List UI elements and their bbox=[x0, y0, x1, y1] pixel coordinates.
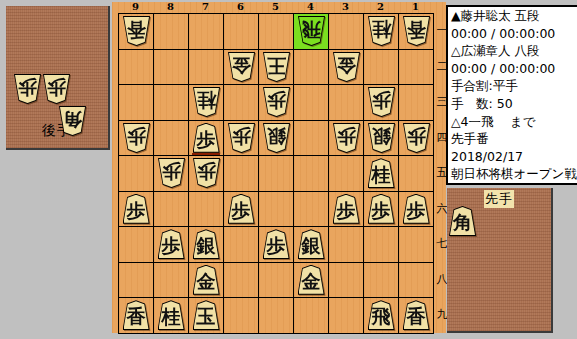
square-95[interactable] bbox=[119, 156, 153, 191]
shogi-piece-銀-sente[interactable]: 銀 bbox=[193, 229, 220, 259]
piece-body: 歩 bbox=[263, 87, 290, 117]
square-35[interactable] bbox=[329, 156, 363, 191]
square-49[interactable] bbox=[294, 298, 328, 333]
piece-kanji: 桂 bbox=[372, 17, 391, 43]
piece-kanji: 歩 bbox=[127, 124, 146, 150]
shogi-piece-銀-gote[interactable]: 銀 bbox=[368, 123, 395, 153]
piece-body: 金 bbox=[298, 265, 325, 295]
square-85[interactable]: 歩 bbox=[154, 156, 188, 191]
square-98[interactable] bbox=[119, 263, 153, 298]
square-62[interactable]: 金 bbox=[224, 50, 258, 85]
square-55[interactable] bbox=[259, 156, 293, 191]
red-underline-mark bbox=[192, 153, 220, 155]
square-57[interactable]: 歩 bbox=[259, 227, 293, 262]
piece-body: 歩 bbox=[228, 123, 255, 153]
file-label-7: 7 bbox=[188, 1, 223, 13]
square-34[interactable]: 歩 bbox=[329, 121, 363, 156]
piece-kanji: 歩 bbox=[162, 159, 181, 185]
piece-body: 桂 bbox=[193, 87, 220, 117]
square-39[interactable] bbox=[329, 298, 363, 333]
shogi-piece-角-gote[interactable]: 角 bbox=[59, 106, 86, 136]
piece-body: 金 bbox=[193, 265, 220, 295]
square-76[interactable] bbox=[189, 192, 223, 227]
piece-body: 歩 bbox=[403, 194, 430, 224]
piece-kanji: 歩 bbox=[197, 126, 216, 152]
piece-kanji: 歩 bbox=[197, 159, 216, 185]
info-line-5: 手合割:平手 bbox=[448, 77, 577, 95]
square-36[interactable]: 歩 bbox=[329, 192, 363, 227]
shogi-piece-王-gote[interactable]: 王 bbox=[263, 52, 290, 82]
square-48[interactable]: 金 bbox=[294, 263, 328, 298]
square-37[interactable] bbox=[329, 227, 363, 262]
square-63[interactable] bbox=[224, 85, 258, 120]
piece-body: 王 bbox=[263, 52, 290, 82]
gote-hand-tray: 後手 歩歩角 bbox=[6, 6, 110, 150]
piece-body: 桂 bbox=[368, 16, 395, 46]
piece-kanji: 歩 bbox=[127, 197, 146, 223]
piece-kanji: 飛 bbox=[372, 303, 391, 329]
piece-kanji: 銀 bbox=[197, 232, 216, 258]
piece-kanji: 歩 bbox=[372, 88, 391, 114]
piece-kanji: 王 bbox=[267, 53, 286, 79]
square-89[interactable]: 桂 bbox=[154, 298, 188, 333]
piece-body: 歩 bbox=[333, 194, 360, 224]
piece-kanji: 香 bbox=[407, 303, 426, 329]
info-line-9: 2018/02/17 bbox=[448, 148, 577, 166]
piece-body: 銀 bbox=[263, 123, 290, 153]
shogi-piece-香-gote[interactable]: 香 bbox=[123, 16, 150, 46]
piece-kanji: 金 bbox=[197, 268, 216, 294]
piece-body: 香 bbox=[123, 16, 150, 46]
shogi-board[interactable]: 香飛桂香金王金桂歩歩歩歩歩銀歩銀歩歩歩桂歩歩歩歩歩歩銀歩銀金金香桂玉飛香 bbox=[118, 13, 434, 334]
shogi-piece-桂-gote[interactable]: 桂 bbox=[193, 87, 220, 117]
piece-kanji: 歩 bbox=[232, 124, 251, 150]
sente-hand-tray: 先手 角 bbox=[447, 188, 553, 333]
file-label-4: 4 bbox=[293, 1, 328, 13]
square-68[interactable] bbox=[224, 263, 258, 298]
piece-body: 歩 bbox=[123, 194, 150, 224]
file-label-9: 9 bbox=[118, 1, 153, 13]
shogi-app-window: 後手 歩歩角 987654321 一二三四五六七八九 香飛桂香金王金桂歩歩歩歩歩… bbox=[0, 0, 577, 339]
square-17[interactable] bbox=[399, 227, 433, 262]
piece-body: 銀 bbox=[193, 229, 220, 259]
square-61[interactable] bbox=[224, 14, 258, 49]
piece-kanji: 銀 bbox=[267, 124, 286, 150]
shogi-piece-香-sente[interactable]: 香 bbox=[403, 300, 430, 330]
square-14[interactable]: 歩 bbox=[399, 121, 433, 156]
shogi-piece-歩-sente[interactable]: 歩 bbox=[333, 194, 360, 224]
square-19[interactable]: 香 bbox=[399, 298, 433, 333]
shogi-piece-歩-gote[interactable]: 歩 bbox=[43, 74, 70, 104]
file-label-6: 6 bbox=[223, 1, 258, 13]
shogi-piece-歩-sente[interactable]: 歩 bbox=[263, 229, 290, 259]
square-22[interactable] bbox=[364, 50, 398, 85]
square-52[interactable]: 王 bbox=[259, 50, 293, 85]
piece-kanji: 桂 bbox=[372, 161, 391, 187]
piece-body: 歩 bbox=[228, 194, 255, 224]
piece-kanji: 歩 bbox=[337, 124, 356, 150]
square-51[interactable] bbox=[259, 14, 293, 49]
shogi-piece-歩-gote[interactable]: 歩 bbox=[193, 158, 220, 188]
shogi-piece-歩-gote[interactable]: 歩 bbox=[228, 123, 255, 153]
shogi-piece-飛-sente[interactable]: 飛 bbox=[368, 300, 395, 330]
square-46[interactable] bbox=[294, 192, 328, 227]
square-47[interactable]: 銀 bbox=[294, 227, 328, 262]
info-line-4: 00:00 / 00:00:00 bbox=[448, 60, 577, 78]
piece-kanji: 角 bbox=[63, 107, 82, 133]
piece-body: 歩 bbox=[403, 123, 430, 153]
square-83[interactable] bbox=[154, 85, 188, 120]
piece-body: 飛 bbox=[368, 300, 395, 330]
square-96[interactable]: 歩 bbox=[119, 192, 153, 227]
square-33[interactable] bbox=[329, 85, 363, 120]
square-56[interactable] bbox=[259, 192, 293, 227]
square-16[interactable]: 歩 bbox=[399, 192, 433, 227]
piece-body: 歩 bbox=[43, 74, 70, 104]
square-41[interactable]: 飛 bbox=[294, 14, 328, 49]
square-12[interactable] bbox=[399, 50, 433, 85]
square-59[interactable] bbox=[259, 298, 293, 333]
piece-kanji: 歩 bbox=[267, 88, 286, 114]
shogi-piece-歩-gote[interactable]: 歩 bbox=[333, 123, 360, 153]
shogi-piece-歩-gote[interactable]: 歩 bbox=[368, 87, 395, 117]
square-79[interactable]: 玉 bbox=[189, 298, 223, 333]
piece-body: 香 bbox=[403, 300, 430, 330]
piece-body: 歩 bbox=[263, 229, 290, 259]
piece-kanji: 角 bbox=[453, 209, 472, 235]
shogi-piece-歩-sente[interactable]: 歩 bbox=[158, 229, 185, 259]
square-72[interactable] bbox=[189, 50, 223, 85]
square-81[interactable] bbox=[154, 14, 188, 49]
sente-label-turn-indicator: 先手 bbox=[484, 190, 514, 208]
piece-kanji: 桂 bbox=[162, 303, 181, 329]
shogi-piece-歩-sente[interactable]: 歩 bbox=[123, 194, 150, 224]
piece-kanji: 銀 bbox=[372, 124, 391, 150]
square-32[interactable]: 金 bbox=[329, 50, 363, 85]
square-43[interactable] bbox=[294, 85, 328, 120]
square-18[interactable] bbox=[399, 263, 433, 298]
piece-kanji: 香 bbox=[407, 17, 426, 43]
piece-kanji: 金 bbox=[302, 268, 321, 294]
file-label-1: 1 bbox=[398, 1, 433, 13]
square-88[interactable] bbox=[154, 263, 188, 298]
piece-body: 飛 bbox=[298, 16, 325, 46]
piece-body: 玉 bbox=[193, 300, 220, 330]
piece-kanji: 桂 bbox=[197, 88, 216, 114]
square-29[interactable]: 飛 bbox=[364, 298, 398, 333]
shogi-piece-金-gote[interactable]: 金 bbox=[333, 52, 360, 82]
shogi-piece-香-gote[interactable]: 香 bbox=[403, 16, 430, 46]
square-97[interactable] bbox=[119, 227, 153, 262]
piece-kanji: 玉 bbox=[197, 303, 216, 329]
piece-body: 香 bbox=[403, 16, 430, 46]
piece-kanji: 歩 bbox=[162, 232, 181, 258]
piece-kanji: 歩 bbox=[232, 197, 251, 223]
shogi-piece-歩-gote[interactable]: 歩 bbox=[158, 158, 185, 188]
file-label-3: 3 bbox=[328, 1, 363, 13]
shogi-piece-歩-sente[interactable]: 歩 bbox=[228, 194, 255, 224]
square-82[interactable] bbox=[154, 50, 188, 85]
shogi-piece-銀-sente[interactable]: 銀 bbox=[298, 229, 325, 259]
shogi-piece-歩-gote[interactable]: 歩 bbox=[14, 74, 41, 104]
piece-body: 歩 bbox=[368, 194, 395, 224]
square-26[interactable]: 歩 bbox=[364, 192, 398, 227]
piece-body: 桂 bbox=[158, 300, 185, 330]
square-74[interactable]: 歩 bbox=[189, 121, 223, 156]
file-coordinates: 987654321 bbox=[118, 1, 434, 13]
piece-body: 角 bbox=[449, 206, 476, 236]
piece-body: 角 bbox=[59, 106, 86, 136]
square-45[interactable] bbox=[294, 156, 328, 191]
shogi-piece-金-gote[interactable]: 金 bbox=[228, 52, 255, 82]
shogi-piece-桂-sente[interactable]: 桂 bbox=[158, 300, 185, 330]
piece-kanji: 飛 bbox=[302, 17, 321, 43]
square-78[interactable]: 金 bbox=[189, 263, 223, 298]
piece-body: 歩 bbox=[158, 158, 185, 188]
file-label-5: 5 bbox=[258, 1, 293, 13]
info-line-2: 00:00 / 00:00:00 bbox=[448, 25, 577, 43]
square-67[interactable] bbox=[224, 227, 258, 262]
piece-kanji: 歩 bbox=[372, 197, 391, 223]
piece-kanji: 歩 bbox=[47, 75, 66, 101]
piece-kanji: 香 bbox=[127, 303, 146, 329]
square-73[interactable]: 桂 bbox=[189, 85, 223, 120]
square-13[interactable] bbox=[399, 85, 433, 120]
square-25[interactable]: 桂 bbox=[364, 156, 398, 191]
square-75[interactable]: 歩 bbox=[189, 156, 223, 191]
square-71[interactable] bbox=[189, 14, 223, 49]
square-64[interactable]: 歩 bbox=[224, 121, 258, 156]
square-42[interactable] bbox=[294, 50, 328, 85]
shogi-piece-飛-gote[interactable]: 飛 bbox=[298, 16, 325, 46]
square-23[interactable]: 歩 bbox=[364, 85, 398, 120]
piece-body: 歩 bbox=[368, 87, 395, 117]
shogi-piece-桂-gote[interactable]: 桂 bbox=[368, 16, 395, 46]
board-area: 987654321 一二三四五六七八九 香飛桂香金王金桂歩歩歩歩歩銀歩銀歩歩歩桂… bbox=[112, 2, 446, 333]
shogi-piece-歩-sente[interactable]: 歩 bbox=[403, 194, 430, 224]
piece-kanji: 銀 bbox=[302, 232, 321, 258]
shogi-piece-桂-sente[interactable]: 桂 bbox=[368, 158, 395, 188]
piece-kanji: 歩 bbox=[18, 75, 37, 101]
square-27[interactable] bbox=[364, 227, 398, 262]
piece-kanji: 歩 bbox=[337, 197, 356, 223]
square-44[interactable] bbox=[294, 121, 328, 156]
square-87[interactable]: 歩 bbox=[154, 227, 188, 262]
square-93[interactable] bbox=[119, 85, 153, 120]
square-24[interactable]: 銀 bbox=[364, 121, 398, 156]
shogi-piece-玉-sente[interactable]: 玉 bbox=[193, 300, 220, 330]
square-91[interactable]: 香 bbox=[119, 14, 153, 49]
square-66[interactable]: 歩 bbox=[224, 192, 258, 227]
piece-body: 銀 bbox=[298, 229, 325, 259]
square-94[interactable]: 歩 bbox=[119, 121, 153, 156]
file-label-8: 8 bbox=[153, 1, 188, 13]
square-86[interactable] bbox=[154, 192, 188, 227]
piece-kanji: 香 bbox=[127, 17, 146, 43]
square-11[interactable]: 香 bbox=[399, 14, 433, 49]
square-65[interactable] bbox=[224, 156, 258, 191]
piece-body: 歩 bbox=[158, 229, 185, 259]
info-line-10: 朝日杯将棋オープン戦 bbox=[448, 165, 577, 183]
square-31[interactable] bbox=[329, 14, 363, 49]
square-84[interactable] bbox=[154, 121, 188, 156]
shogi-piece-歩-gote[interactable]: 歩 bbox=[123, 123, 150, 153]
piece-body: 金 bbox=[333, 52, 360, 82]
square-38[interactable] bbox=[329, 263, 363, 298]
square-69[interactable] bbox=[224, 298, 258, 333]
info-line-7: △4一飛 まで bbox=[448, 113, 577, 131]
piece-kanji: 歩 bbox=[407, 124, 426, 150]
piece-body: 金 bbox=[228, 52, 255, 82]
square-58[interactable] bbox=[259, 263, 293, 298]
square-54[interactable]: 銀 bbox=[259, 121, 293, 156]
piece-body: 桂 bbox=[368, 158, 395, 188]
square-77[interactable]: 銀 bbox=[189, 227, 223, 262]
square-21[interactable]: 桂 bbox=[364, 14, 398, 49]
square-92[interactable] bbox=[119, 50, 153, 85]
square-99[interactable]: 香 bbox=[119, 298, 153, 333]
square-53[interactable]: 歩 bbox=[259, 85, 293, 120]
shogi-piece-歩-gote[interactable]: 歩 bbox=[403, 123, 430, 153]
info-line-3: △広瀬章人 八段 bbox=[448, 42, 577, 60]
shogi-piece-金-sente[interactable]: 金 bbox=[298, 265, 325, 295]
piece-kanji: 歩 bbox=[267, 232, 286, 258]
file-label-2: 2 bbox=[363, 1, 398, 13]
shogi-piece-角-sente[interactable]: 角 bbox=[449, 206, 476, 236]
shogi-piece-金-sente[interactable]: 金 bbox=[193, 265, 220, 295]
info-line-6: 手 数: 50 bbox=[448, 95, 577, 113]
piece-body: 銀 bbox=[368, 123, 395, 153]
info-line-8: 先手番 bbox=[448, 130, 577, 148]
piece-kanji: 金 bbox=[232, 53, 251, 79]
square-28[interactable] bbox=[364, 263, 398, 298]
piece-body: 歩 bbox=[123, 123, 150, 153]
piece-kanji: 金 bbox=[337, 53, 356, 79]
shogi-piece-銀-gote[interactable]: 銀 bbox=[263, 123, 290, 153]
piece-body: 歩 bbox=[333, 123, 360, 153]
shogi-piece-香-sente[interactable]: 香 bbox=[123, 300, 150, 330]
game-info-panel: ▲藤井聡太 五段00:00 / 00:00:00△広瀬章人 八段00:00 / … bbox=[446, 5, 577, 185]
shogi-piece-歩-sente[interactable]: 歩 bbox=[193, 123, 220, 153]
info-line-1: ▲藤井聡太 五段 bbox=[448, 7, 577, 25]
shogi-piece-歩-gote[interactable]: 歩 bbox=[263, 87, 290, 117]
piece-body: 香 bbox=[123, 300, 150, 330]
piece-body: 歩 bbox=[193, 158, 220, 188]
piece-body: 歩 bbox=[193, 123, 220, 153]
piece-kanji: 歩 bbox=[407, 197, 426, 223]
piece-body: 歩 bbox=[14, 74, 41, 104]
square-15[interactable] bbox=[399, 156, 433, 191]
shogi-piece-歩-sente[interactable]: 歩 bbox=[368, 194, 395, 224]
